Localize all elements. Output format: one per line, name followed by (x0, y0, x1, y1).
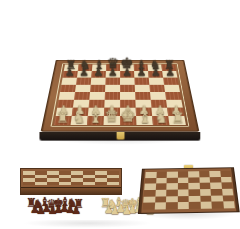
closed-board-view (138, 160, 240, 229)
lid-square (177, 202, 189, 209)
closed-board (138, 167, 240, 214)
board-square (149, 78, 164, 85)
board-square (164, 85, 180, 92)
board-square (165, 92, 181, 100)
dark-pieces-cluster: ♜♞♝♛♚♝♞♜♟♟♟♟♟♟♟♟ (26, 194, 80, 209)
board-square (135, 92, 151, 100)
board-square (105, 85, 120, 92)
lid-square (95, 182, 107, 186)
lid-square (200, 202, 212, 209)
board-square (120, 85, 135, 92)
board-square (59, 92, 75, 100)
black-pawn: ♟ (159, 67, 181, 78)
perspective-scene: ♜♞♝♛♚♝♞♜♟♟♟♟♟♟♟♟♟♟♟♟♟♟♟♟♜♞♝♛♚♝♞♜ (0, 0, 240, 158)
board-square: ♟ (162, 71, 177, 78)
lid-square (107, 182, 119, 186)
lid-square (211, 202, 223, 209)
board-square (76, 78, 91, 85)
board-square: ♜ (168, 116, 186, 125)
lid-square (35, 182, 47, 186)
board-square (120, 92, 135, 100)
board-square (75, 85, 91, 92)
lid-square (83, 182, 95, 186)
board-square (61, 78, 77, 85)
cluster-piece-pawn: ♟ (48, 205, 58, 216)
folded-board (20, 168, 122, 195)
lid-square (154, 203, 166, 210)
board-square (91, 78, 106, 85)
cluster-piece-pawn: ♟ (122, 205, 132, 216)
board-square (149, 85, 165, 92)
lid-square (189, 202, 201, 209)
cluster-piece-pawn: ♟ (59, 203, 69, 214)
lid-square (166, 202, 178, 209)
lid-square (143, 203, 155, 210)
lid-square (47, 182, 59, 186)
board-square (90, 85, 105, 92)
cluster-piece-pawn: ♟ (71, 205, 81, 216)
folded-board-front-edge (21, 187, 121, 194)
white-rook: ♜ (165, 111, 190, 125)
board-square (74, 92, 90, 100)
lid-square (59, 182, 71, 186)
board-square (120, 78, 135, 85)
chess-board: ♜♞♝♛♚♝♞♜♟♟♟♟♟♟♟♟♟♟♟♟♟♟♟♟♜♞♝♛♚♝♞♜ (41, 60, 200, 132)
lid-square (71, 182, 83, 186)
closed-board-lid-grid (143, 171, 235, 210)
board-square (134, 78, 149, 85)
folded-board-lid-grid (23, 171, 119, 185)
lid-square (23, 182, 35, 186)
board-square (163, 78, 179, 85)
chess-set-product-photo: ♜♞♝♛♚♝♞♜♟♟♟♟♟♟♟♟♟♟♟♟♟♟♟♟♜♞♝♛♚♝♞♜ ♜♞♝♛♚♝♞… (0, 0, 240, 229)
board-square (105, 78, 120, 85)
folded-board-shadow (22, 220, 152, 228)
board-square (135, 85, 150, 92)
lid-square (223, 202, 235, 209)
brass-clasp (116, 129, 124, 139)
board-square (150, 92, 166, 100)
board-grid: ♜♞♝♛♚♝♞♜♟♟♟♟♟♟♟♟♟♟♟♟♟♟♟♟♜♞♝♛♚♝♞♜ (54, 64, 186, 124)
board-square (60, 85, 76, 92)
open-board-view: ♜♞♝♛♚♝♞♜♟♟♟♟♟♟♟♟♟♟♟♟♟♟♟♟♜♞♝♛♚♝♞♜ (0, 0, 240, 158)
case-front-edge (39, 132, 200, 141)
board-square (89, 92, 105, 100)
board-square (105, 92, 120, 100)
